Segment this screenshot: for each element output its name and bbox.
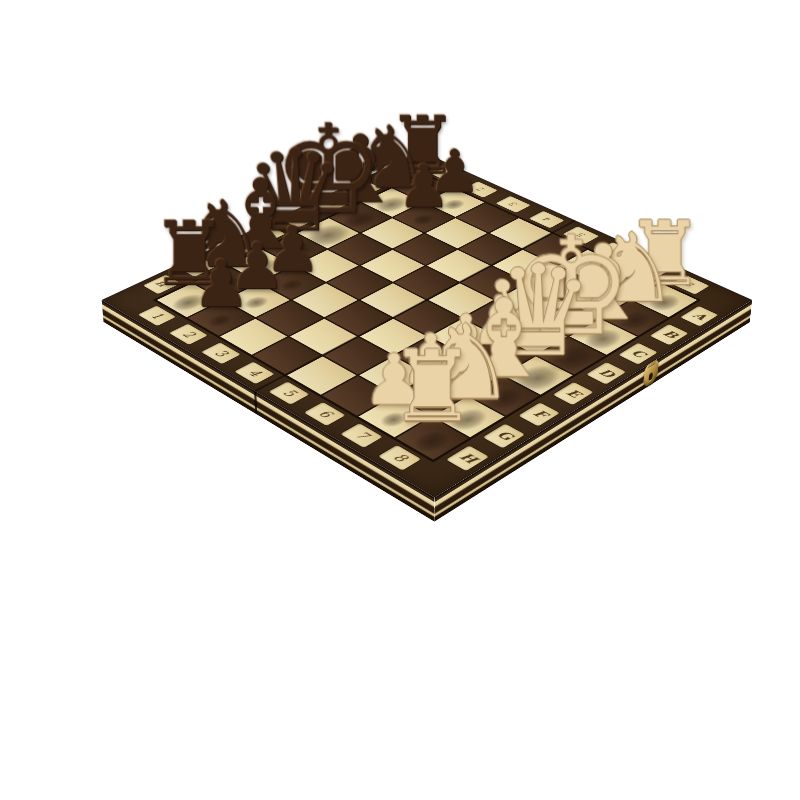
- clasp-keyhole-icon: [648, 372, 652, 381]
- product-photo-scene: 1122334455667788HHGGFFEEDDCCBBAA ♜♞♟♝♟♚♛…: [0, 0, 800, 800]
- light-rook-glyph: ♜: [343, 338, 521, 436]
- fold-seam-side-crack: [254, 390, 257, 414]
- chess-board: 1122334455667788HHGGFFEEDDCCBBAA ♜♞♟♝♟♚♛…: [102, 151, 753, 497]
- dark-pawn-glyph: ♟: [140, 251, 302, 316]
